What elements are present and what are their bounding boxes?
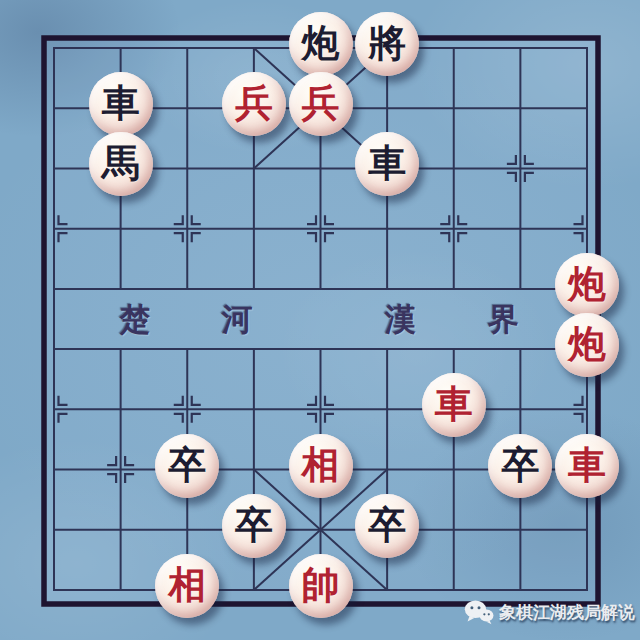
piece-character: 兵: [302, 71, 340, 135]
wechat-icon: [464, 599, 494, 625]
piece-character: 馬: [102, 131, 140, 195]
piece-character: 帥: [302, 553, 340, 617]
piece-character: 將: [368, 11, 406, 75]
piece-character: 車: [435, 372, 473, 436]
piece-red-soldier-f4r2[interactable]: 兵: [222, 72, 286, 136]
piece-character: 卒: [235, 493, 273, 557]
piece-red-elephant-f5r8[interactable]: 相: [289, 434, 353, 498]
watermark: 象棋江湖残局解说: [464, 596, 635, 628]
piece-red-elephant-f3r10[interactable]: 相: [155, 554, 219, 618]
piece-black-soldier-f3r8[interactable]: 卒: [155, 434, 219, 498]
piece-black-chariot-f2r2[interactable]: 車: [89, 72, 153, 136]
piece-black-cannon-f5r1[interactable]: 炮: [289, 12, 353, 76]
piece-red-general-f5r10[interactable]: 帥: [289, 554, 353, 618]
piece-character: 卒: [168, 433, 206, 497]
piece-character: 炮: [568, 252, 606, 316]
piece-character: 兵: [235, 71, 273, 135]
piece-character: 卒: [368, 493, 406, 557]
piece-character: 相: [168, 553, 206, 617]
piece-red-cannon-f9r6[interactable]: 炮: [555, 313, 619, 377]
piece-black-soldier-f4r9[interactable]: 卒: [222, 494, 286, 558]
piece-character: 炮: [302, 11, 340, 75]
piece-black-horse-f2r3[interactable]: 馬: [89, 132, 153, 196]
watermark-text: 象棋江湖残局解说: [499, 601, 635, 624]
piece-character: 卒: [501, 433, 539, 497]
piece-black-general-f6r1[interactable]: 將: [355, 12, 419, 76]
piece-red-soldier-f5r2[interactable]: 兵: [289, 72, 353, 136]
piece-character: 相: [302, 433, 340, 497]
piece-black-soldier-f6r9[interactable]: 卒: [355, 494, 419, 558]
piece-black-soldier-f8r8[interactable]: 卒: [488, 434, 552, 498]
piece-character: 車: [568, 433, 606, 497]
piece-red-cannon-f9r5[interactable]: 炮: [555, 253, 619, 317]
piece-character: 炮: [568, 312, 606, 376]
xiangqi-board: 楚 河 漢 界 炮將車兵兵馬車炮炮車卒相卒車卒卒相帥 象棋江湖残局解说: [0, 0, 640, 640]
piece-character: 車: [368, 131, 406, 195]
piece-red-chariot-f7r7[interactable]: 車: [422, 373, 486, 437]
piece-red-chariot-f9r8[interactable]: 車: [555, 434, 619, 498]
piece-character: 車: [102, 71, 140, 135]
